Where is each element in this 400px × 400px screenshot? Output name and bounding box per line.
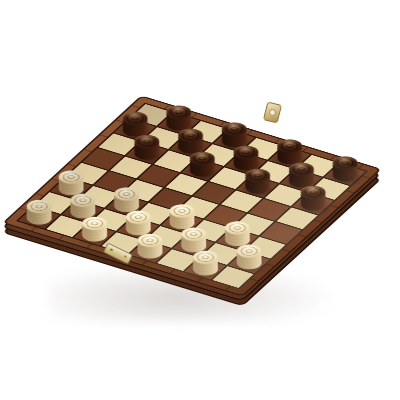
brass-clasp [263, 101, 282, 123]
scene [0, 0, 400, 400]
